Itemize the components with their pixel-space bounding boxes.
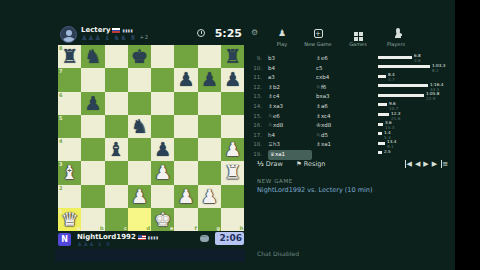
square-h7[interactable]: ♟	[221, 68, 244, 91]
white-move[interactable]: b3	[268, 54, 312, 64]
square-b8[interactable]: ♞	[81, 45, 104, 68]
move-row: 12.♗b2♘f61:16.444.5	[248, 83, 455, 93]
square-c7[interactable]	[105, 68, 128, 91]
square-d7[interactable]	[128, 68, 151, 91]
signal-bars-icon: ▮▮▮▮	[122, 28, 133, 33]
gear-icon[interactable]: ⚙	[251, 28, 258, 37]
square-c5[interactable]	[105, 115, 128, 138]
move-row: 15.♘e6♗xc412.321.6	[248, 112, 455, 122]
file-label: b	[100, 225, 104, 231]
black-move[interactable]: bxa3	[316, 92, 366, 102]
move-number: 14.	[250, 102, 262, 112]
bottom-player-bar[interactable]: N NightLord1992▮▮▮▮ ♟♟♟ ♝ ♛ 2:06	[55, 232, 245, 248]
square-d3[interactable]	[128, 161, 151, 184]
square-b2[interactable]	[81, 185, 104, 208]
file-label: g	[216, 225, 220, 231]
black-bishop: ♝	[105, 138, 128, 161]
square-e2[interactable]	[151, 185, 174, 208]
chess-board[interactable]: 8♜♞♚♜7♟♟♟6♟5♞4♝♟♟3♝♟♜2♟♟♟1a♛bcde♚fgh	[58, 45, 244, 231]
square-e6[interactable]	[151, 92, 174, 115]
square-a5[interactable]: 5	[58, 115, 81, 138]
think-time-bar	[378, 123, 383, 126]
white-move[interactable]: ♘xd8	[268, 121, 312, 131]
square-f3[interactable]	[174, 161, 197, 184]
white-move[interactable]: ♕xa1	[268, 150, 312, 160]
screenshot-stage: Lectery▮▮▮▮ ♟♟♟ ♝ ♞♞ ♜+2 5:25 8♜♞♚♜7♟♟♟6…	[0, 0, 480, 270]
black-move[interactable]: ♗e6	[316, 54, 366, 64]
file-label: e	[170, 225, 173, 231]
jump-to-end-button[interactable]: ▶	[432, 160, 442, 168]
square-h1[interactable]: h	[221, 208, 244, 231]
square-h3[interactable]: ♜	[221, 161, 244, 184]
think-time-bar	[378, 151, 382, 154]
people-icon	[374, 28, 418, 39]
think-time-bar	[378, 75, 386, 78]
half-point-icon: ½	[257, 160, 264, 168]
tab-new-game[interactable]: + New Game	[296, 28, 340, 47]
bottom-player-captured-pieces: ♟♟♟ ♝ ♛	[77, 240, 111, 247]
white-time: 2.5	[384, 150, 391, 155]
black-pillarbox	[455, 0, 480, 270]
square-c3[interactable]	[105, 161, 128, 184]
file-label: c	[124, 225, 127, 231]
usa-flag-icon	[138, 235, 146, 240]
resign-button[interactable]: ⚑Resign	[296, 160, 326, 168]
square-e3[interactable]: ♟	[151, 161, 174, 184]
square-e1[interactable]: e♚	[151, 208, 174, 231]
square-e7[interactable]	[151, 68, 174, 91]
square-a1[interactable]: 1a♛	[58, 208, 81, 231]
square-b5[interactable]	[81, 115, 104, 138]
signal-bars-icon: ▮▮▮▮	[148, 235, 159, 240]
material-advantage: +2	[140, 34, 149, 40]
square-c2[interactable]	[105, 185, 128, 208]
square-a6[interactable]: 6	[58, 92, 81, 115]
black-move[interactable]: c5	[316, 64, 366, 74]
square-a8[interactable]: 8♜	[58, 45, 81, 68]
move-number: 19.	[250, 150, 262, 160]
rank-label: 1	[59, 208, 62, 214]
black-pawn: ♟	[81, 92, 104, 115]
white-pawn: ♟	[128, 185, 151, 208]
move-row: 9.b3♗e66.83.6	[248, 54, 455, 64]
square-h2[interactable]	[221, 185, 244, 208]
rank-label: 3	[59, 161, 62, 167]
draw-button[interactable]: ½Draw	[257, 160, 283, 168]
square-a3[interactable]: 3♝	[58, 161, 81, 184]
white-pawn: ♟	[221, 138, 244, 161]
current-game-link[interactable]: NightLord1992 vs. Lectery (10 min)	[257, 186, 372, 194]
move-row: 14.♗xa3♗a69.610.7	[248, 102, 455, 112]
square-c4[interactable]: ♝	[105, 138, 128, 161]
russia-flag-icon	[112, 28, 120, 33]
move-list: 9.b3♗e66.83.610.b4c51:03.38.211.a3cxb48.…	[248, 54, 455, 160]
rank-label: 8	[59, 45, 62, 51]
avatar-person-icon	[66, 30, 72, 36]
white-move[interactable]: ♗b2	[268, 83, 312, 93]
square-d4[interactable]	[128, 138, 151, 161]
forward-button[interactable]: ▶	[423, 160, 431, 168]
white-rook: ♜	[221, 161, 244, 184]
white-pawn: ♟	[198, 185, 221, 208]
white-pawn: ♟	[174, 185, 197, 208]
move-row: 11.a3cxb48.43.7	[248, 73, 455, 83]
top-player-clock: 5:25	[215, 27, 242, 40]
banner-area	[55, 249, 245, 262]
square-h4[interactable]: ♟	[221, 138, 244, 161]
white-pawn: ♟	[151, 161, 174, 184]
black-knight: ♞	[128, 115, 151, 138]
square-g3[interactable]	[198, 161, 221, 184]
move-number: 18.	[250, 140, 262, 150]
black-knight: ♞	[81, 45, 104, 68]
move-row: 17.h4♘d51.45.3	[248, 131, 455, 141]
resign-flag-icon: ⚑	[296, 160, 302, 168]
square-g2[interactable]: ♟	[198, 185, 221, 208]
square-g4[interactable]	[198, 138, 221, 161]
rank-label: 6	[59, 92, 62, 98]
move-number: 16.	[250, 121, 262, 131]
think-time-bar	[378, 56, 412, 59]
avatar-person-icon	[63, 37, 75, 43]
move-number: 12.	[250, 83, 262, 93]
black-move[interactable]: ♔xd8	[316, 121, 366, 131]
black-move[interactable]: ♘f6	[316, 83, 366, 93]
square-d6[interactable]	[128, 92, 151, 115]
new-game-header: NEW GAME	[257, 178, 293, 184]
think-time-bar	[378, 132, 382, 135]
square-a7[interactable]: 7	[58, 68, 81, 91]
square-f5[interactable]	[174, 115, 197, 138]
file-label: a	[77, 225, 80, 231]
rank-label: 2	[59, 185, 62, 191]
bottom-player-clock: 2:06	[215, 232, 244, 245]
tab-players[interactable]: Players	[374, 28, 418, 47]
square-b3[interactable]	[81, 161, 104, 184]
move-number: 15.	[250, 112, 262, 122]
square-f7[interactable]: ♟	[174, 68, 197, 91]
move-navigation: ◀◀▶▶≡	[405, 160, 451, 168]
square-a2[interactable]: 2	[58, 185, 81, 208]
file-label: d	[147, 225, 151, 231]
white-move[interactable]: ♗xa3	[268, 102, 312, 112]
chess-app: Lectery▮▮▮▮ ♟♟♟ ♝ ♞♞ ♜+2 5:25 8♜♞♚♜7♟♟♟6…	[0, 0, 455, 270]
black-pawn: ♟	[198, 68, 221, 91]
black-move[interactable]: ♗xa1	[316, 140, 366, 150]
top-player-avatar[interactable]	[60, 26, 77, 43]
square-g5[interactable]	[198, 115, 221, 138]
menu-icon[interactable]: ≡	[442, 160, 451, 168]
top-player-name-line[interactable]: Lectery▮▮▮▮	[81, 26, 133, 34]
move-row: 10.b4c51:03.38.2	[248, 64, 455, 74]
white-move[interactable]: a3	[268, 73, 312, 83]
file-label: h	[240, 225, 244, 231]
black-pawn: ♟	[221, 68, 244, 91]
white-move[interactable]: ♘e6	[268, 112, 312, 122]
square-f4[interactable]	[174, 138, 197, 161]
square-h6[interactable]	[221, 92, 244, 115]
think-time-bar	[378, 142, 385, 145]
black-pawn: ♟	[174, 68, 197, 91]
square-g6[interactable]	[198, 92, 221, 115]
black-move[interactable]: ♗xc4	[316, 112, 366, 122]
white-move[interactable]: ♖h3	[268, 140, 312, 150]
plus-box-icon: +	[296, 28, 340, 39]
white-move[interactable]: b4	[268, 64, 312, 74]
square-f2[interactable]: ♟	[174, 185, 197, 208]
think-time-bar	[378, 65, 430, 68]
white-move[interactable]: h4	[268, 131, 312, 141]
square-d5[interactable]: ♞	[128, 115, 151, 138]
rank-label: 4	[59, 138, 62, 144]
square-c6[interactable]	[105, 92, 128, 115]
black-rook: ♜	[221, 45, 244, 68]
square-h5[interactable]	[221, 115, 244, 138]
square-f1[interactable]: f	[174, 208, 197, 231]
square-e8[interactable]	[151, 45, 174, 68]
square-d2[interactable]: ♟	[128, 185, 151, 208]
move-row: 19.♕xa12.5	[248, 150, 455, 160]
square-a4[interactable]: 4	[58, 138, 81, 161]
square-g8[interactable]	[198, 45, 221, 68]
chat-bubble-icon[interactable]	[200, 235, 209, 242]
black-move[interactable]: cxb4	[316, 73, 366, 83]
square-c8[interactable]	[105, 45, 128, 68]
move-number: 13.	[250, 92, 262, 102]
side-panel: ⚙ ♟ Play + New Game Games Players 9.b3♗e…	[248, 0, 455, 270]
square-e5[interactable]	[151, 115, 174, 138]
black-pawn: ♟	[151, 138, 174, 161]
move-number: 11.	[250, 73, 262, 83]
file-label: f	[195, 225, 197, 231]
black-move[interactable]: ♗a6	[316, 102, 366, 112]
jump-to-start-button[interactable]: ◀	[405, 160, 415, 168]
move-row: 16.♘xd8♔xd83.615.3	[248, 121, 455, 131]
move-row: 13.♗c4bxa31:05.822.9	[248, 92, 455, 102]
square-b4[interactable]	[81, 138, 104, 161]
square-b7[interactable]	[81, 68, 104, 91]
square-f8[interactable]	[174, 45, 197, 68]
clock-icon	[197, 29, 205, 37]
think-time-bar	[378, 103, 387, 106]
square-b1[interactable]: b	[81, 208, 104, 231]
black-move[interactable]: ♘d5	[316, 131, 366, 141]
think-time-bar	[378, 94, 424, 97]
think-time-bar	[378, 84, 428, 87]
square-g7[interactable]: ♟	[198, 68, 221, 91]
square-b6[interactable]: ♟	[81, 92, 104, 115]
square-d1[interactable]: d	[128, 208, 151, 231]
think-time-bar	[378, 113, 389, 116]
white-move[interactable]: ♗c4	[268, 92, 312, 102]
square-d8[interactable]: ♚	[128, 45, 151, 68]
move-number: 10.	[250, 64, 262, 74]
square-g1[interactable]: g	[198, 208, 221, 231]
square-f6[interactable]	[174, 92, 197, 115]
move-number: 9.	[250, 54, 262, 64]
top-player-name: Lectery	[81, 26, 110, 34]
action-bar: ½Draw ⚑Resign ◀◀▶▶≡	[248, 160, 455, 172]
black-king: ♚	[128, 45, 151, 68]
move-number: 17.	[250, 131, 262, 141]
square-h8[interactable]: ♜	[221, 45, 244, 68]
move-row: 18.♖h3♗xa113.49.1	[248, 140, 455, 150]
square-c1[interactable]: c	[105, 208, 128, 231]
bottom-player-avatar[interactable]: N	[58, 233, 71, 246]
square-e4[interactable]: ♟	[151, 138, 174, 161]
top-player-captured-pieces: ♟♟♟ ♝ ♞♞ ♜+2	[81, 34, 149, 42]
rank-label: 5	[59, 115, 62, 121]
rank-label: 7	[59, 68, 62, 74]
top-player-bar[interactable]: Lectery▮▮▮▮ ♟♟♟ ♝ ♞♞ ♜+2 5:25	[55, 25, 245, 45]
chat-disabled-status: Chat Disabled	[257, 250, 299, 257]
